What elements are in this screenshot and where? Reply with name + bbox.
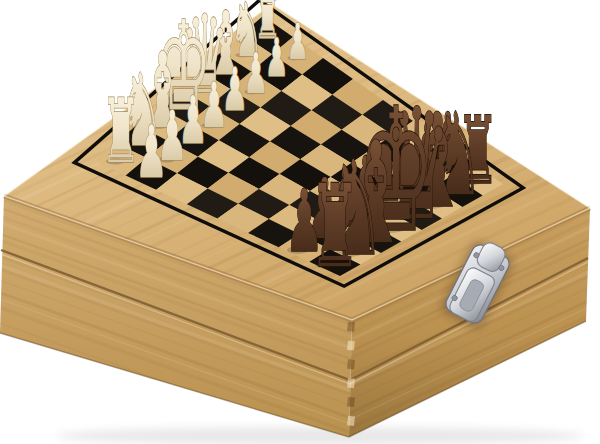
chess-box-scene: ♜♞♟♝♟♛♟♚♟♟♝♟♞♟♟♜♟♟♜♟♞♟♝♟♛♟♚♟♝♟♞♜	[0, 0, 600, 444]
finger-joint	[351, 397, 352, 406]
finger-joint	[351, 360, 352, 369]
floor-shadow-ellipse	[55, 427, 585, 444]
piece-white-pawn-h2: ♟	[135, 110, 167, 193]
finger-joint	[351, 322, 352, 331]
floor-shadow	[55, 427, 585, 444]
piece-white-pawn-a2: ♟	[286, 12, 308, 70]
finger-joint	[351, 379, 352, 388]
finger-joint	[351, 416, 352, 425]
finger-joint	[351, 341, 352, 350]
piece-black-rook-h8: ♜	[309, 160, 360, 293]
photo-stage: ♜♞♟♝♟♛♟♚♟♟♝♟♞♟♟♜♟♟♜♟♞♟♝♟♛♟♚♟♝♟♞♜	[0, 0, 600, 444]
